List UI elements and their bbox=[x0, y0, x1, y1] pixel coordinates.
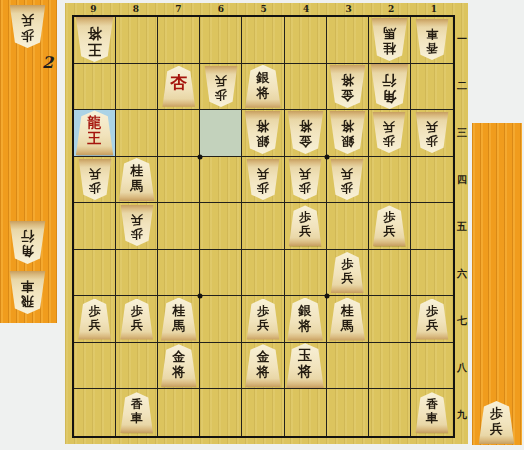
square-2c[interactable]: 歩兵 bbox=[369, 110, 411, 157]
square-1a[interactable]: 香車 bbox=[411, 17, 453, 64]
square-7d[interactable] bbox=[158, 157, 200, 204]
piece-kanji: 銀将 bbox=[256, 119, 269, 149]
square-3f[interactable]: 歩兵 bbox=[327, 250, 369, 297]
board: 987654321 王将桂馬香車杏歩兵銀将金将角行龍王銀将金将銀将歩兵歩兵歩兵桂… bbox=[65, 3, 468, 444]
piece-sente-pawn[interactable]: 歩兵 bbox=[372, 205, 406, 246]
square-7b[interactable]: 杏 bbox=[158, 64, 200, 111]
square-1b[interactable] bbox=[411, 64, 453, 111]
square-6d[interactable] bbox=[200, 157, 242, 204]
square-6i[interactable] bbox=[200, 389, 242, 436]
square-4f[interactable] bbox=[285, 250, 327, 297]
piece-kanji: 香車 bbox=[426, 397, 438, 425]
square-8d[interactable]: 桂馬 bbox=[116, 157, 158, 204]
square-7g[interactable]: 桂馬 bbox=[158, 296, 200, 343]
piece-kanji: 歩兵 bbox=[341, 167, 353, 195]
piece-sente-pawn[interactable]: 歩兵 bbox=[246, 299, 280, 340]
square-9a[interactable]: 王将 bbox=[74, 17, 116, 64]
piece-sente-gold[interactable]: 金将 bbox=[160, 344, 197, 387]
piece-kanji: 歩兵 bbox=[490, 406, 503, 436]
square-8b[interactable] bbox=[116, 64, 158, 111]
piece-kanji: 玉将 bbox=[298, 348, 312, 380]
piece-gote-pawn[interactable]: 歩兵 bbox=[204, 66, 238, 107]
piece-kanji: 角行 bbox=[21, 229, 34, 259]
piece-kanji: 銀将 bbox=[341, 119, 354, 149]
piece-gote-gold[interactable]: 金将 bbox=[287, 111, 324, 154]
piece-kanji: 銀将 bbox=[299, 303, 312, 333]
piece-kanji: 銀将 bbox=[256, 70, 269, 100]
square-8e[interactable]: 歩兵 bbox=[116, 203, 158, 250]
square-2e[interactable]: 歩兵 bbox=[369, 203, 411, 250]
piece-sente-king[interactable]: 玉将 bbox=[286, 343, 325, 388]
square-9f[interactable] bbox=[74, 250, 116, 297]
square-6a[interactable] bbox=[200, 17, 242, 64]
square-5f[interactable] bbox=[242, 250, 284, 297]
piece-sente-silver[interactable]: 銀将 bbox=[287, 298, 324, 341]
hand-item-gote-pawn-in-hand[interactable]: 歩兵2 bbox=[9, 5, 47, 52]
star-point bbox=[198, 294, 203, 299]
square-4c[interactable]: 金将 bbox=[285, 110, 327, 157]
square-9g[interactable]: 歩兵 bbox=[74, 296, 116, 343]
komadai-sente: 歩兵 bbox=[472, 123, 522, 445]
square-9c[interactable]: 龍王 bbox=[74, 110, 116, 157]
piece-sente-gold[interactable]: 金将 bbox=[244, 344, 281, 387]
rank-labels: 一二三四五六七八九 bbox=[456, 15, 468, 438]
square-4b[interactable] bbox=[285, 64, 327, 111]
rank-label-4: 四 bbox=[456, 156, 468, 203]
piece-kanji: 歩兵 bbox=[131, 213, 143, 241]
square-2d[interactable] bbox=[369, 157, 411, 204]
square-1f[interactable] bbox=[411, 250, 453, 297]
square-3a[interactable] bbox=[327, 17, 369, 64]
square-1i[interactable]: 香車 bbox=[411, 389, 453, 436]
piece-gote-pawn[interactable]: 歩兵 bbox=[120, 205, 154, 246]
piece-sente-pawn[interactable]: 歩兵 bbox=[288, 205, 322, 246]
piece-gote-bishop[interactable]: 角行 bbox=[370, 64, 409, 109]
rank-label-3: 三 bbox=[456, 109, 468, 156]
piece-kanji: 桂馬 bbox=[383, 26, 396, 56]
file-label-8: 8 bbox=[115, 3, 158, 15]
piece-gote-lance[interactable]: 香車 bbox=[415, 19, 449, 60]
piece-sente-pawn[interactable]: 歩兵 bbox=[78, 299, 112, 340]
file-label-6: 6 bbox=[200, 3, 243, 15]
piece-sente-lance[interactable]: 香車 bbox=[415, 392, 449, 433]
piece-kanji: 金将 bbox=[256, 349, 269, 379]
file-label-3: 3 bbox=[327, 3, 370, 15]
square-2a[interactable]: 桂馬 bbox=[369, 17, 411, 64]
square-7c[interactable] bbox=[158, 110, 200, 157]
square-3e[interactable] bbox=[327, 203, 369, 250]
square-5e[interactable] bbox=[242, 203, 284, 250]
piece-gote-king[interactable]: 王将 bbox=[75, 17, 114, 62]
square-8c[interactable] bbox=[116, 110, 158, 157]
square-3h[interactable] bbox=[327, 343, 369, 390]
square-9i[interactable] bbox=[74, 389, 116, 436]
piece-gote-pawn[interactable]: 歩兵 bbox=[246, 159, 280, 200]
piece-sente-knight[interactable]: 桂馬 bbox=[118, 158, 155, 201]
square-1d[interactable] bbox=[411, 157, 453, 204]
square-9d[interactable]: 歩兵 bbox=[74, 157, 116, 204]
square-6e[interactable] bbox=[200, 203, 242, 250]
square-3g[interactable]: 桂馬 bbox=[327, 296, 369, 343]
square-4e[interactable]: 歩兵 bbox=[285, 203, 327, 250]
square-2h[interactable] bbox=[369, 343, 411, 390]
piece-gote-pawn[interactable]: 歩兵 bbox=[288, 159, 322, 200]
piece-kanji: 龍王 bbox=[88, 115, 102, 147]
piece-sente-knight[interactable]: 桂馬 bbox=[329, 298, 366, 341]
rank-label-5: 五 bbox=[456, 203, 468, 250]
piece-kanji: 飛車 bbox=[21, 279, 34, 309]
square-5d[interactable]: 歩兵 bbox=[242, 157, 284, 204]
piece-sente-silver[interactable]: 銀将 bbox=[244, 65, 281, 108]
square-4d[interactable]: 歩兵 bbox=[285, 157, 327, 204]
square-1g[interactable]: 歩兵 bbox=[411, 296, 453, 343]
square-7i[interactable] bbox=[158, 389, 200, 436]
square-4g[interactable]: 銀将 bbox=[285, 296, 327, 343]
piece-kanji: 金将 bbox=[341, 73, 354, 103]
square-7h[interactable]: 金将 bbox=[158, 343, 200, 390]
square-3d[interactable]: 歩兵 bbox=[327, 157, 369, 204]
piece-kanji: 歩兵 bbox=[341, 257, 353, 285]
star-point bbox=[324, 154, 329, 159]
piece-kanji: 歩兵 bbox=[131, 304, 143, 332]
piece-sente-pawn[interactable]: 歩兵 bbox=[120, 299, 154, 340]
piece-sente-knight[interactable]: 桂馬 bbox=[160, 298, 197, 341]
rank-label-7: 七 bbox=[456, 297, 468, 344]
rank-label-6: 六 bbox=[456, 250, 468, 297]
piece-gote-bishop-in-hand[interactable]: 角行 bbox=[9, 221, 46, 264]
komadai-gote: 歩兵2角行飛車 bbox=[0, 0, 57, 323]
square-4a[interactable] bbox=[285, 17, 327, 64]
piece-sente-promoted-lance[interactable]: 杏 bbox=[162, 66, 196, 107]
file-label-7: 7 bbox=[157, 3, 200, 15]
file-label-5: 5 bbox=[242, 3, 285, 15]
square-5g[interactable]: 歩兵 bbox=[242, 296, 284, 343]
piece-sente-dragon[interactable]: 龍王 bbox=[75, 110, 114, 155]
piece-gote-silver[interactable]: 銀将 bbox=[244, 111, 281, 154]
piece-kanji: 歩兵 bbox=[89, 304, 101, 332]
file-label-2: 2 bbox=[370, 3, 413, 15]
piece-kanji: 歩兵 bbox=[299, 210, 311, 238]
piece-kanji: 歩兵 bbox=[299, 167, 311, 195]
square-3b[interactable]: 金将 bbox=[327, 64, 369, 111]
piece-gote-silver[interactable]: 銀将 bbox=[329, 111, 366, 154]
square-4h[interactable]: 玉将 bbox=[285, 343, 327, 390]
square-2i[interactable] bbox=[369, 389, 411, 436]
square-2f[interactable] bbox=[369, 250, 411, 297]
square-2g[interactable] bbox=[369, 296, 411, 343]
piece-kanji: 歩兵 bbox=[383, 120, 395, 148]
shogi-app: 歩兵2角行飛車 987654321 王将桂馬香車杏歩兵銀将金将角行龍王銀将金将銀… bbox=[0, 0, 524, 450]
square-6g[interactable] bbox=[200, 296, 242, 343]
square-5i[interactable] bbox=[242, 389, 284, 436]
square-5c[interactable]: 銀将 bbox=[242, 110, 284, 157]
square-6b[interactable]: 歩兵 bbox=[200, 64, 242, 111]
square-8i[interactable]: 香車 bbox=[116, 389, 158, 436]
file-label-1: 1 bbox=[413, 3, 456, 15]
piece-kanji: 杏 bbox=[170, 74, 187, 92]
square-8f[interactable] bbox=[116, 250, 158, 297]
piece-gote-pawn[interactable]: 歩兵 bbox=[415, 112, 449, 153]
hand-count: 2 bbox=[42, 55, 62, 71]
star-point bbox=[198, 154, 203, 159]
piece-gote-rook-in-hand[interactable]: 飛車 bbox=[9, 271, 46, 314]
rank-label-9: 九 bbox=[456, 391, 468, 438]
piece-kanji: 角行 bbox=[382, 72, 396, 104]
piece-gote-pawn-in-hand[interactable]: 歩兵 bbox=[9, 5, 46, 48]
hand-item-gote-bishop-in-hand[interactable]: 角行 bbox=[9, 221, 47, 268]
piece-gote-pawn[interactable]: 歩兵 bbox=[372, 112, 406, 153]
piece-kanji: 歩兵 bbox=[257, 167, 269, 195]
square-6f[interactable] bbox=[200, 250, 242, 297]
rank-label-2: 二 bbox=[456, 62, 468, 109]
piece-sente-pawn[interactable]: 歩兵 bbox=[330, 252, 364, 293]
piece-sente-pawn-in-hand[interactable]: 歩兵 bbox=[478, 401, 515, 444]
square-1e[interactable] bbox=[411, 203, 453, 250]
piece-kanji: 歩兵 bbox=[383, 210, 395, 238]
square-7f[interactable] bbox=[158, 250, 200, 297]
piece-kanji: 歩兵 bbox=[215, 74, 227, 102]
square-8h[interactable] bbox=[116, 343, 158, 390]
piece-gote-pawn[interactable]: 歩兵 bbox=[78, 159, 112, 200]
square-1h[interactable] bbox=[411, 343, 453, 390]
file-label-9: 9 bbox=[72, 3, 115, 15]
square-8a[interactable] bbox=[116, 17, 158, 64]
rank-label-8: 八 bbox=[456, 344, 468, 391]
piece-kanji: 桂馬 bbox=[172, 303, 185, 333]
piece-sente-pawn[interactable]: 歩兵 bbox=[415, 299, 449, 340]
piece-kanji: 歩兵 bbox=[257, 304, 269, 332]
piece-kanji: 金将 bbox=[299, 119, 312, 149]
square-9e[interactable] bbox=[74, 203, 116, 250]
square-3i[interactable] bbox=[327, 389, 369, 436]
square-1c[interactable]: 歩兵 bbox=[411, 110, 453, 157]
piece-gote-knight[interactable]: 桂馬 bbox=[371, 18, 408, 61]
square-3c[interactable]: 銀将 bbox=[327, 110, 369, 157]
piece-gote-gold[interactable]: 金将 bbox=[329, 65, 366, 108]
piece-kanji: 香車 bbox=[131, 397, 143, 425]
square-5h[interactable]: 金将 bbox=[242, 343, 284, 390]
square-7a[interactable] bbox=[158, 17, 200, 64]
piece-kanji: 王将 bbox=[88, 25, 102, 57]
piece-kanji: 歩兵 bbox=[89, 167, 101, 195]
board-grid: 王将桂馬香車杏歩兵銀将金将角行龍王銀将金将銀将歩兵歩兵歩兵桂馬歩兵歩兵歩兵歩兵歩… bbox=[72, 15, 455, 438]
piece-kanji: 金将 bbox=[172, 349, 185, 379]
square-7e[interactable] bbox=[158, 203, 200, 250]
hand-item-gote-rook-in-hand[interactable]: 飛車 bbox=[9, 271, 47, 318]
square-8g[interactable]: 歩兵 bbox=[116, 296, 158, 343]
square-9b[interactable] bbox=[74, 64, 116, 111]
file-label-4: 4 bbox=[285, 3, 328, 15]
square-4i[interactable] bbox=[285, 389, 327, 436]
piece-kanji: 桂馬 bbox=[130, 163, 143, 193]
piece-kanji: 歩兵 bbox=[426, 304, 438, 332]
piece-gote-pawn[interactable]: 歩兵 bbox=[330, 159, 364, 200]
piece-kanji: 歩兵 bbox=[426, 120, 438, 148]
file-labels: 987654321 bbox=[72, 3, 455, 15]
piece-sente-lance[interactable]: 香車 bbox=[120, 392, 154, 433]
piece-kanji: 桂馬 bbox=[341, 303, 354, 333]
square-5b[interactable]: 銀将 bbox=[242, 64, 284, 111]
rank-label-1: 一 bbox=[456, 15, 468, 62]
piece-kanji: 香車 bbox=[426, 27, 438, 55]
square-9h[interactable] bbox=[74, 343, 116, 390]
square-6c[interactable] bbox=[200, 110, 242, 157]
square-6h[interactable] bbox=[200, 343, 242, 390]
star-point bbox=[324, 294, 329, 299]
square-2b[interactable]: 角行 bbox=[369, 64, 411, 111]
piece-kanji: 歩兵 bbox=[21, 13, 34, 43]
square-5a[interactable] bbox=[242, 17, 284, 64]
hand-item-sente-pawn-in-hand[interactable]: 歩兵 bbox=[478, 401, 516, 448]
